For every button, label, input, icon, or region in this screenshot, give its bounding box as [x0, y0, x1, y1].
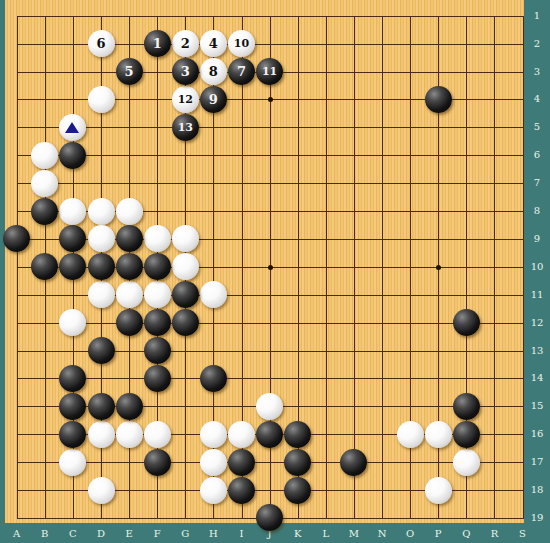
move-number: 5 — [125, 65, 134, 78]
stone-white-I16 — [228, 421, 255, 448]
stone-white-E16 — [116, 421, 143, 448]
col-label-A: A — [10, 528, 24, 539]
stone-white-G10 — [172, 253, 199, 280]
col-label-P: P — [431, 528, 445, 539]
stone-black-E9 — [116, 225, 143, 252]
row-label-19: 19 — [528, 512, 546, 523]
stone-white-F9 — [144, 225, 171, 252]
stone-white-P16 — [425, 421, 452, 448]
stone-black-J3: 11 — [256, 58, 283, 85]
col-label-D: D — [94, 528, 108, 539]
move-number: 9 — [209, 93, 218, 106]
grid-line-horizontal — [17, 323, 524, 324]
stone-black-Q12 — [453, 309, 480, 336]
stone-white-C17 — [59, 449, 86, 476]
stone-white-H2: 4 — [200, 30, 227, 57]
stone-white-I2: 10 — [228, 30, 255, 57]
row-label-10: 10 — [528, 261, 546, 272]
stone-black-M17 — [340, 449, 367, 476]
row-label-6: 6 — [528, 149, 546, 160]
stone-black-H14 — [200, 365, 227, 392]
move-number: 11 — [262, 66, 277, 77]
grid-line-vertical — [523, 16, 524, 519]
go-diagram-screenshot: ABCDEFGHIJKLMNOPQRS123456789101112131415… — [0, 0, 550, 543]
stone-black-G5: 13 — [172, 114, 199, 141]
stone-white-J15 — [256, 393, 283, 420]
stone-black-E12 — [116, 309, 143, 336]
col-label-E: E — [122, 528, 136, 539]
row-label-2: 2 — [528, 38, 546, 49]
stone-white-H3: 8 — [200, 58, 227, 85]
stone-black-B8 — [31, 198, 58, 225]
move-number: 7 — [237, 65, 246, 78]
row-label-4: 4 — [528, 93, 546, 104]
move-number: 4 — [209, 37, 218, 50]
grid-line-horizontal — [17, 462, 524, 463]
move-number: 12 — [178, 94, 193, 105]
col-label-R: R — [487, 528, 501, 539]
stone-black-I18 — [228, 477, 255, 504]
stone-white-D4 — [88, 86, 115, 113]
row-label-8: 8 — [528, 205, 546, 216]
stone-black-F10 — [144, 253, 171, 280]
row-label-18: 18 — [528, 484, 546, 495]
stone-black-F17 — [144, 449, 171, 476]
grid-line-vertical — [354, 16, 355, 519]
col-label-S: S — [516, 528, 530, 539]
stone-black-H4: 9 — [200, 86, 227, 113]
board-frame-left — [0, 0, 5, 543]
move-number: 3 — [181, 65, 190, 78]
move-number: 1 — [153, 37, 162, 50]
stone-black-E3: 5 — [116, 58, 143, 85]
stone-white-D18 — [88, 477, 115, 504]
grid-line-horizontal — [17, 378, 524, 379]
col-label-Q: Q — [459, 528, 473, 539]
stone-black-F14 — [144, 365, 171, 392]
row-label-7: 7 — [528, 177, 546, 188]
stone-white-H16 — [200, 421, 227, 448]
stone-white-F16 — [144, 421, 171, 448]
stone-white-H17 — [200, 449, 227, 476]
stone-black-D15 — [88, 393, 115, 420]
stone-white-E11 — [116, 281, 143, 308]
row-label-1: 1 — [528, 10, 546, 21]
stone-white-H18 — [200, 477, 227, 504]
stone-white-H11 — [200, 281, 227, 308]
stone-black-Q15 — [453, 393, 480, 420]
stone-white-O16 — [397, 421, 424, 448]
row-label-12: 12 — [528, 317, 546, 328]
move-number: 6 — [96, 37, 105, 50]
row-label-15: 15 — [528, 400, 546, 411]
stone-white-B7 — [31, 170, 58, 197]
stone-black-C16 — [59, 421, 86, 448]
stone-white-C8 — [59, 198, 86, 225]
stone-black-D13 — [88, 337, 115, 364]
stone-white-D9 — [88, 225, 115, 252]
stone-white-G4: 12 — [172, 86, 199, 113]
stone-black-E15 — [116, 393, 143, 420]
stone-black-K18 — [284, 477, 311, 504]
stone-white-F11 — [144, 281, 171, 308]
col-label-L: L — [319, 528, 333, 539]
move-number: 2 — [181, 37, 190, 50]
stone-black-F2: 1 — [144, 30, 171, 57]
star-point — [268, 265, 273, 270]
stone-black-D10 — [88, 253, 115, 280]
stone-black-C15 — [59, 393, 86, 420]
stone-black-Q16 — [453, 421, 480, 448]
row-label-3: 3 — [528, 66, 546, 77]
stone-white-G9 — [172, 225, 199, 252]
stone-white-D11 — [88, 281, 115, 308]
col-label-G: G — [178, 528, 192, 539]
stone-white-Q17 — [453, 449, 480, 476]
stone-white-C5 — [59, 114, 86, 141]
col-label-B: B — [38, 528, 52, 539]
row-label-5: 5 — [528, 121, 546, 132]
col-label-N: N — [375, 528, 389, 539]
move-number: 10 — [234, 38, 249, 49]
col-label-H: H — [206, 528, 220, 539]
stone-black-G3: 3 — [172, 58, 199, 85]
col-label-C: C — [66, 528, 80, 539]
stone-black-G11 — [172, 281, 199, 308]
stone-white-D16 — [88, 421, 115, 448]
triangle-marker-icon — [65, 122, 79, 133]
col-label-I: I — [235, 528, 249, 539]
stone-black-I3: 7 — [228, 58, 255, 85]
stone-white-B6 — [31, 142, 58, 169]
stone-white-D2: 6 — [88, 30, 115, 57]
col-label-K: K — [291, 528, 305, 539]
row-label-9: 9 — [528, 233, 546, 244]
stone-white-G2: 2 — [172, 30, 199, 57]
stone-white-P18 — [425, 477, 452, 504]
row-label-11: 11 — [528, 289, 546, 300]
row-label-14: 14 — [528, 372, 546, 383]
row-label-16: 16 — [528, 428, 546, 439]
row-label-17: 17 — [528, 456, 546, 467]
col-label-F: F — [150, 528, 164, 539]
col-label-M: M — [347, 528, 361, 539]
stone-black-K17 — [284, 449, 311, 476]
grid-line-vertical — [494, 16, 495, 519]
star-point — [436, 265, 441, 270]
stone-black-G12 — [172, 309, 199, 336]
col-label-O: O — [403, 528, 417, 539]
stone-black-C6 — [59, 142, 86, 169]
stone-black-E10 — [116, 253, 143, 280]
stone-black-F12 — [144, 309, 171, 336]
move-number: 8 — [209, 65, 218, 78]
grid-line-vertical — [326, 16, 327, 519]
stone-black-K16 — [284, 421, 311, 448]
move-number: 13 — [178, 122, 193, 133]
stone-black-F13 — [144, 337, 171, 364]
stone-white-D8 — [88, 198, 115, 225]
stone-black-J16 — [256, 421, 283, 448]
stone-black-P4 — [425, 86, 452, 113]
row-label-13: 13 — [528, 345, 546, 356]
grid-line-vertical — [382, 16, 383, 519]
stone-white-E8 — [116, 198, 143, 225]
stone-black-I17 — [228, 449, 255, 476]
